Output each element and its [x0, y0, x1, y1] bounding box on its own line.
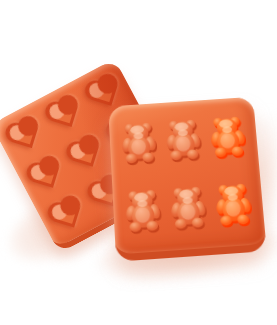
- teddy-bear-shape: [162, 116, 205, 163]
- heart-dome: [55, 104, 74, 123]
- product-photo: [0, 0, 277, 325]
- bear-cavity: [166, 182, 209, 231]
- bear-cavity: [162, 116, 205, 163]
- bear-cavity: [211, 179, 255, 228]
- teddy-bear-shape: [118, 119, 160, 166]
- bear-cavity: [122, 185, 165, 234]
- bear-cavity: [118, 119, 160, 166]
- heart-shape: [55, 203, 80, 228]
- heart-dome: [36, 166, 55, 185]
- heart-dome: [15, 125, 34, 144]
- heart-shape: [34, 163, 59, 188]
- bear-cavity: [206, 113, 249, 160]
- heart-shape: [74, 142, 99, 167]
- heart-dome: [76, 144, 95, 163]
- teddy-bear-shape: [166, 182, 209, 231]
- teddy-bear-shape: [211, 179, 255, 228]
- heart-shape: [52, 102, 77, 127]
- heart-dome: [58, 206, 77, 225]
- heart-shape: [12, 123, 37, 148]
- bear-grid: [115, 102, 258, 246]
- teddy-bear-shape: [206, 113, 249, 160]
- teddy-bear-shape: [122, 185, 165, 234]
- heart-shape: [92, 80, 117, 105]
- heart-dome: [95, 83, 114, 102]
- bear-mold: [108, 97, 267, 262]
